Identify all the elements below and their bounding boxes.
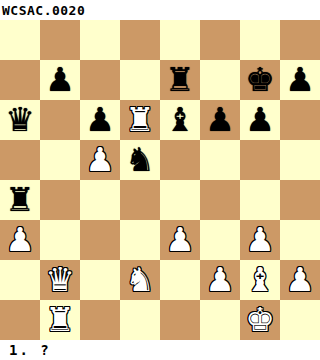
square-d4[interactable] — [120, 180, 160, 220]
square-g6[interactable]: ♟ — [240, 100, 280, 140]
chess-diagram-window: WCSAC.0020 ♟♜♚♟♛♟♜♝♟♟♟♞♜♟♟♟♛♞♟♝♟♜♚ 1. ? — [0, 0, 320, 360]
square-a6[interactable]: ♛ — [0, 100, 40, 140]
black-rook-icon: ♜ — [5, 180, 35, 220]
square-b6[interactable] — [40, 100, 80, 140]
square-f7[interactable] — [200, 60, 240, 100]
square-h8[interactable] — [280, 20, 320, 60]
black-pawn-icon: ♟ — [245, 100, 275, 140]
white-knight-icon: ♞ — [125, 260, 155, 300]
square-e5[interactable] — [160, 140, 200, 180]
square-c2[interactable] — [80, 260, 120, 300]
white-rook-icon: ♜ — [45, 300, 75, 340]
square-b1[interactable]: ♜ — [40, 300, 80, 340]
square-c4[interactable] — [80, 180, 120, 220]
square-h6[interactable] — [280, 100, 320, 140]
square-a8[interactable] — [0, 20, 40, 60]
square-e7[interactable]: ♜ — [160, 60, 200, 100]
square-d2[interactable]: ♞ — [120, 260, 160, 300]
white-pawn-icon: ♟ — [5, 220, 35, 260]
square-f1[interactable] — [200, 300, 240, 340]
square-c8[interactable] — [80, 20, 120, 60]
square-f5[interactable] — [200, 140, 240, 180]
square-a4[interactable]: ♜ — [0, 180, 40, 220]
square-d6[interactable]: ♜ — [120, 100, 160, 140]
square-e8[interactable] — [160, 20, 200, 60]
black-knight-icon: ♞ — [125, 140, 155, 180]
black-pawn-icon: ♟ — [285, 60, 315, 100]
square-c3[interactable] — [80, 220, 120, 260]
square-c1[interactable] — [80, 300, 120, 340]
square-d1[interactable] — [120, 300, 160, 340]
square-h3[interactable] — [280, 220, 320, 260]
square-h5[interactable] — [280, 140, 320, 180]
square-e6[interactable]: ♝ — [160, 100, 200, 140]
square-d7[interactable] — [120, 60, 160, 100]
white-king-icon: ♚ — [245, 300, 275, 340]
square-f2[interactable]: ♟ — [200, 260, 240, 300]
square-c7[interactable] — [80, 60, 120, 100]
square-b2[interactable]: ♛ — [40, 260, 80, 300]
diagram-title: WCSAC.0020 — [0, 0, 320, 20]
square-b4[interactable] — [40, 180, 80, 220]
square-g8[interactable] — [240, 20, 280, 60]
white-pawn-icon: ♟ — [245, 220, 275, 260]
square-g2[interactable]: ♝ — [240, 260, 280, 300]
square-h2[interactable]: ♟ — [280, 260, 320, 300]
white-bishop-icon: ♝ — [245, 260, 275, 300]
black-queen-icon: ♛ — [5, 100, 35, 140]
move-prompt: 1. ? — [0, 340, 320, 360]
square-f8[interactable] — [200, 20, 240, 60]
black-bishop-icon: ♝ — [165, 100, 195, 140]
square-f6[interactable]: ♟ — [200, 100, 240, 140]
square-b8[interactable] — [40, 20, 80, 60]
black-king-icon: ♚ — [245, 60, 275, 100]
white-pawn-icon: ♟ — [85, 140, 115, 180]
square-a1[interactable] — [0, 300, 40, 340]
square-g5[interactable] — [240, 140, 280, 180]
square-g7[interactable]: ♚ — [240, 60, 280, 100]
white-queen-icon: ♛ — [45, 260, 75, 300]
square-d3[interactable] — [120, 220, 160, 260]
black-pawn-icon: ♟ — [205, 100, 235, 140]
square-f3[interactable] — [200, 220, 240, 260]
square-h1[interactable] — [280, 300, 320, 340]
square-a5[interactable] — [0, 140, 40, 180]
white-pawn-icon: ♟ — [165, 220, 195, 260]
square-b3[interactable] — [40, 220, 80, 260]
black-pawn-icon: ♟ — [85, 100, 115, 140]
square-a7[interactable] — [0, 60, 40, 100]
square-b7[interactable]: ♟ — [40, 60, 80, 100]
white-pawn-icon: ♟ — [205, 260, 235, 300]
square-h7[interactable]: ♟ — [280, 60, 320, 100]
square-c6[interactable]: ♟ — [80, 100, 120, 140]
square-d5[interactable]: ♞ — [120, 140, 160, 180]
square-a3[interactable]: ♟ — [0, 220, 40, 260]
square-h4[interactable] — [280, 180, 320, 220]
white-rook-icon: ♜ — [125, 100, 155, 140]
white-pawn-icon: ♟ — [285, 260, 315, 300]
square-f4[interactable] — [200, 180, 240, 220]
square-e3[interactable]: ♟ — [160, 220, 200, 260]
square-e2[interactable] — [160, 260, 200, 300]
square-d8[interactable] — [120, 20, 160, 60]
black-rook-icon: ♜ — [165, 60, 195, 100]
square-a2[interactable] — [0, 260, 40, 300]
square-c5[interactable]: ♟ — [80, 140, 120, 180]
chess-board: ♟♜♚♟♛♟♜♝♟♟♟♞♜♟♟♟♛♞♟♝♟♜♚ — [0, 20, 320, 340]
square-g3[interactable]: ♟ — [240, 220, 280, 260]
black-pawn-icon: ♟ — [45, 60, 75, 100]
square-e1[interactable] — [160, 300, 200, 340]
square-e4[interactable] — [160, 180, 200, 220]
square-b5[interactable] — [40, 140, 80, 180]
square-g4[interactable] — [240, 180, 280, 220]
square-g1[interactable]: ♚ — [240, 300, 280, 340]
